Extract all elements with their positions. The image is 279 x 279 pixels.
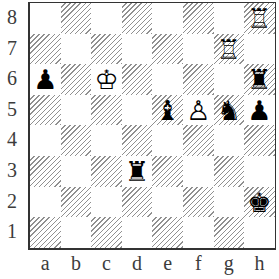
file-label-h: h (244, 251, 275, 277)
square-c4[interactable] (91, 125, 122, 156)
square-e8[interactable] (152, 3, 183, 34)
square-a8[interactable] (30, 3, 61, 34)
square-d6[interactable] (122, 64, 153, 95)
rank-label-7: 7 (0, 33, 24, 64)
square-g4[interactable] (214, 125, 245, 156)
square-e3[interactable] (152, 156, 183, 187)
black-bishop-piece: ♝ (152, 95, 183, 126)
rank-label-8: 8 (0, 2, 24, 33)
square-c8[interactable] (91, 3, 122, 34)
square-f5[interactable]: ♙ (183, 95, 214, 126)
chess-board: ♖♖♟♔♜♝♙♞♟♜♚ (28, 2, 276, 250)
file-label-a: a (30, 251, 61, 277)
square-c5[interactable] (91, 95, 122, 126)
square-a5[interactable] (30, 95, 61, 126)
white-pawn-piece: ♙ (183, 95, 214, 126)
square-h1[interactable] (244, 217, 275, 248)
square-d4[interactable] (122, 125, 153, 156)
square-g2[interactable] (214, 187, 245, 218)
square-g7[interactable]: ♖ (214, 34, 245, 65)
square-c2[interactable] (91, 187, 122, 218)
square-f8[interactable] (183, 3, 214, 34)
square-e7[interactable] (152, 34, 183, 65)
square-h3[interactable] (244, 156, 275, 187)
rank-label-1: 1 (0, 216, 24, 247)
square-d5[interactable] (122, 95, 153, 126)
square-d8[interactable] (122, 3, 153, 34)
square-h7[interactable] (244, 34, 275, 65)
rank-label-3: 3 (0, 155, 24, 186)
square-a7[interactable] (30, 34, 61, 65)
rank-label-4: 4 (0, 124, 24, 155)
file-label-b: b (61, 251, 92, 277)
square-a2[interactable] (30, 187, 61, 218)
square-b8[interactable] (61, 3, 92, 34)
square-h5[interactable]: ♟ (244, 95, 275, 126)
square-f2[interactable] (183, 187, 214, 218)
square-e5[interactable]: ♝ (152, 95, 183, 126)
square-f4[interactable] (183, 125, 214, 156)
rank-label-5: 5 (0, 94, 24, 125)
square-g3[interactable] (214, 156, 245, 187)
square-b6[interactable] (61, 64, 92, 95)
square-e4[interactable] (152, 125, 183, 156)
square-b7[interactable] (61, 34, 92, 65)
file-label-c: c (91, 251, 122, 277)
rank-label-2: 2 (0, 186, 24, 217)
square-g6[interactable] (214, 64, 245, 95)
square-a1[interactable] (30, 217, 61, 248)
black-rook-piece: ♜ (244, 64, 275, 95)
square-g1[interactable] (214, 217, 245, 248)
black-knight-piece: ♞ (214, 95, 245, 126)
white-rook-piece: ♖ (214, 34, 245, 65)
square-b3[interactable] (61, 156, 92, 187)
square-a6[interactable]: ♟ (30, 64, 61, 95)
square-f7[interactable] (183, 34, 214, 65)
square-a4[interactable] (30, 125, 61, 156)
file-label-e: e (152, 251, 183, 277)
white-rook-piece: ♖ (244, 3, 275, 34)
square-f1[interactable] (183, 217, 214, 248)
square-c3[interactable] (91, 156, 122, 187)
square-b1[interactable] (61, 217, 92, 248)
chess-diagram: 87654321 ♖♖♟♔♜♝♙♞♟♜♚ abcdefgh (0, 0, 279, 279)
file-label-g: g (214, 251, 245, 277)
square-g5[interactable]: ♞ (214, 95, 245, 126)
square-f6[interactable] (183, 64, 214, 95)
rank-label-6: 6 (0, 63, 24, 94)
square-b5[interactable] (61, 95, 92, 126)
square-e6[interactable] (152, 64, 183, 95)
white-king-piece: ♔ (91, 64, 122, 95)
black-king-piece: ♚ (244, 187, 275, 218)
square-b2[interactable] (61, 187, 92, 218)
square-h6[interactable]: ♜ (244, 64, 275, 95)
square-c6[interactable]: ♔ (91, 64, 122, 95)
square-h8[interactable]: ♖ (244, 3, 275, 34)
square-b4[interactable] (61, 125, 92, 156)
black-rook-piece: ♜ (122, 156, 153, 187)
square-d2[interactable] (122, 187, 153, 218)
black-pawn-piece: ♟ (244, 95, 275, 126)
square-h4[interactable] (244, 125, 275, 156)
rank-labels: 87654321 (0, 2, 24, 247)
file-label-d: d (122, 251, 153, 277)
file-label-f: f (183, 251, 214, 277)
file-labels: abcdefgh (30, 251, 275, 277)
square-a3[interactable] (30, 156, 61, 187)
square-h2[interactable]: ♚ (244, 187, 275, 218)
square-c1[interactable] (91, 217, 122, 248)
square-g8[interactable] (214, 3, 245, 34)
square-d1[interactable] (122, 217, 153, 248)
black-pawn-piece: ♟ (30, 64, 61, 95)
square-e1[interactable] (152, 217, 183, 248)
square-d7[interactable] (122, 34, 153, 65)
square-c7[interactable] (91, 34, 122, 65)
square-e2[interactable] (152, 187, 183, 218)
square-f3[interactable] (183, 156, 214, 187)
square-d3[interactable]: ♜ (122, 156, 153, 187)
